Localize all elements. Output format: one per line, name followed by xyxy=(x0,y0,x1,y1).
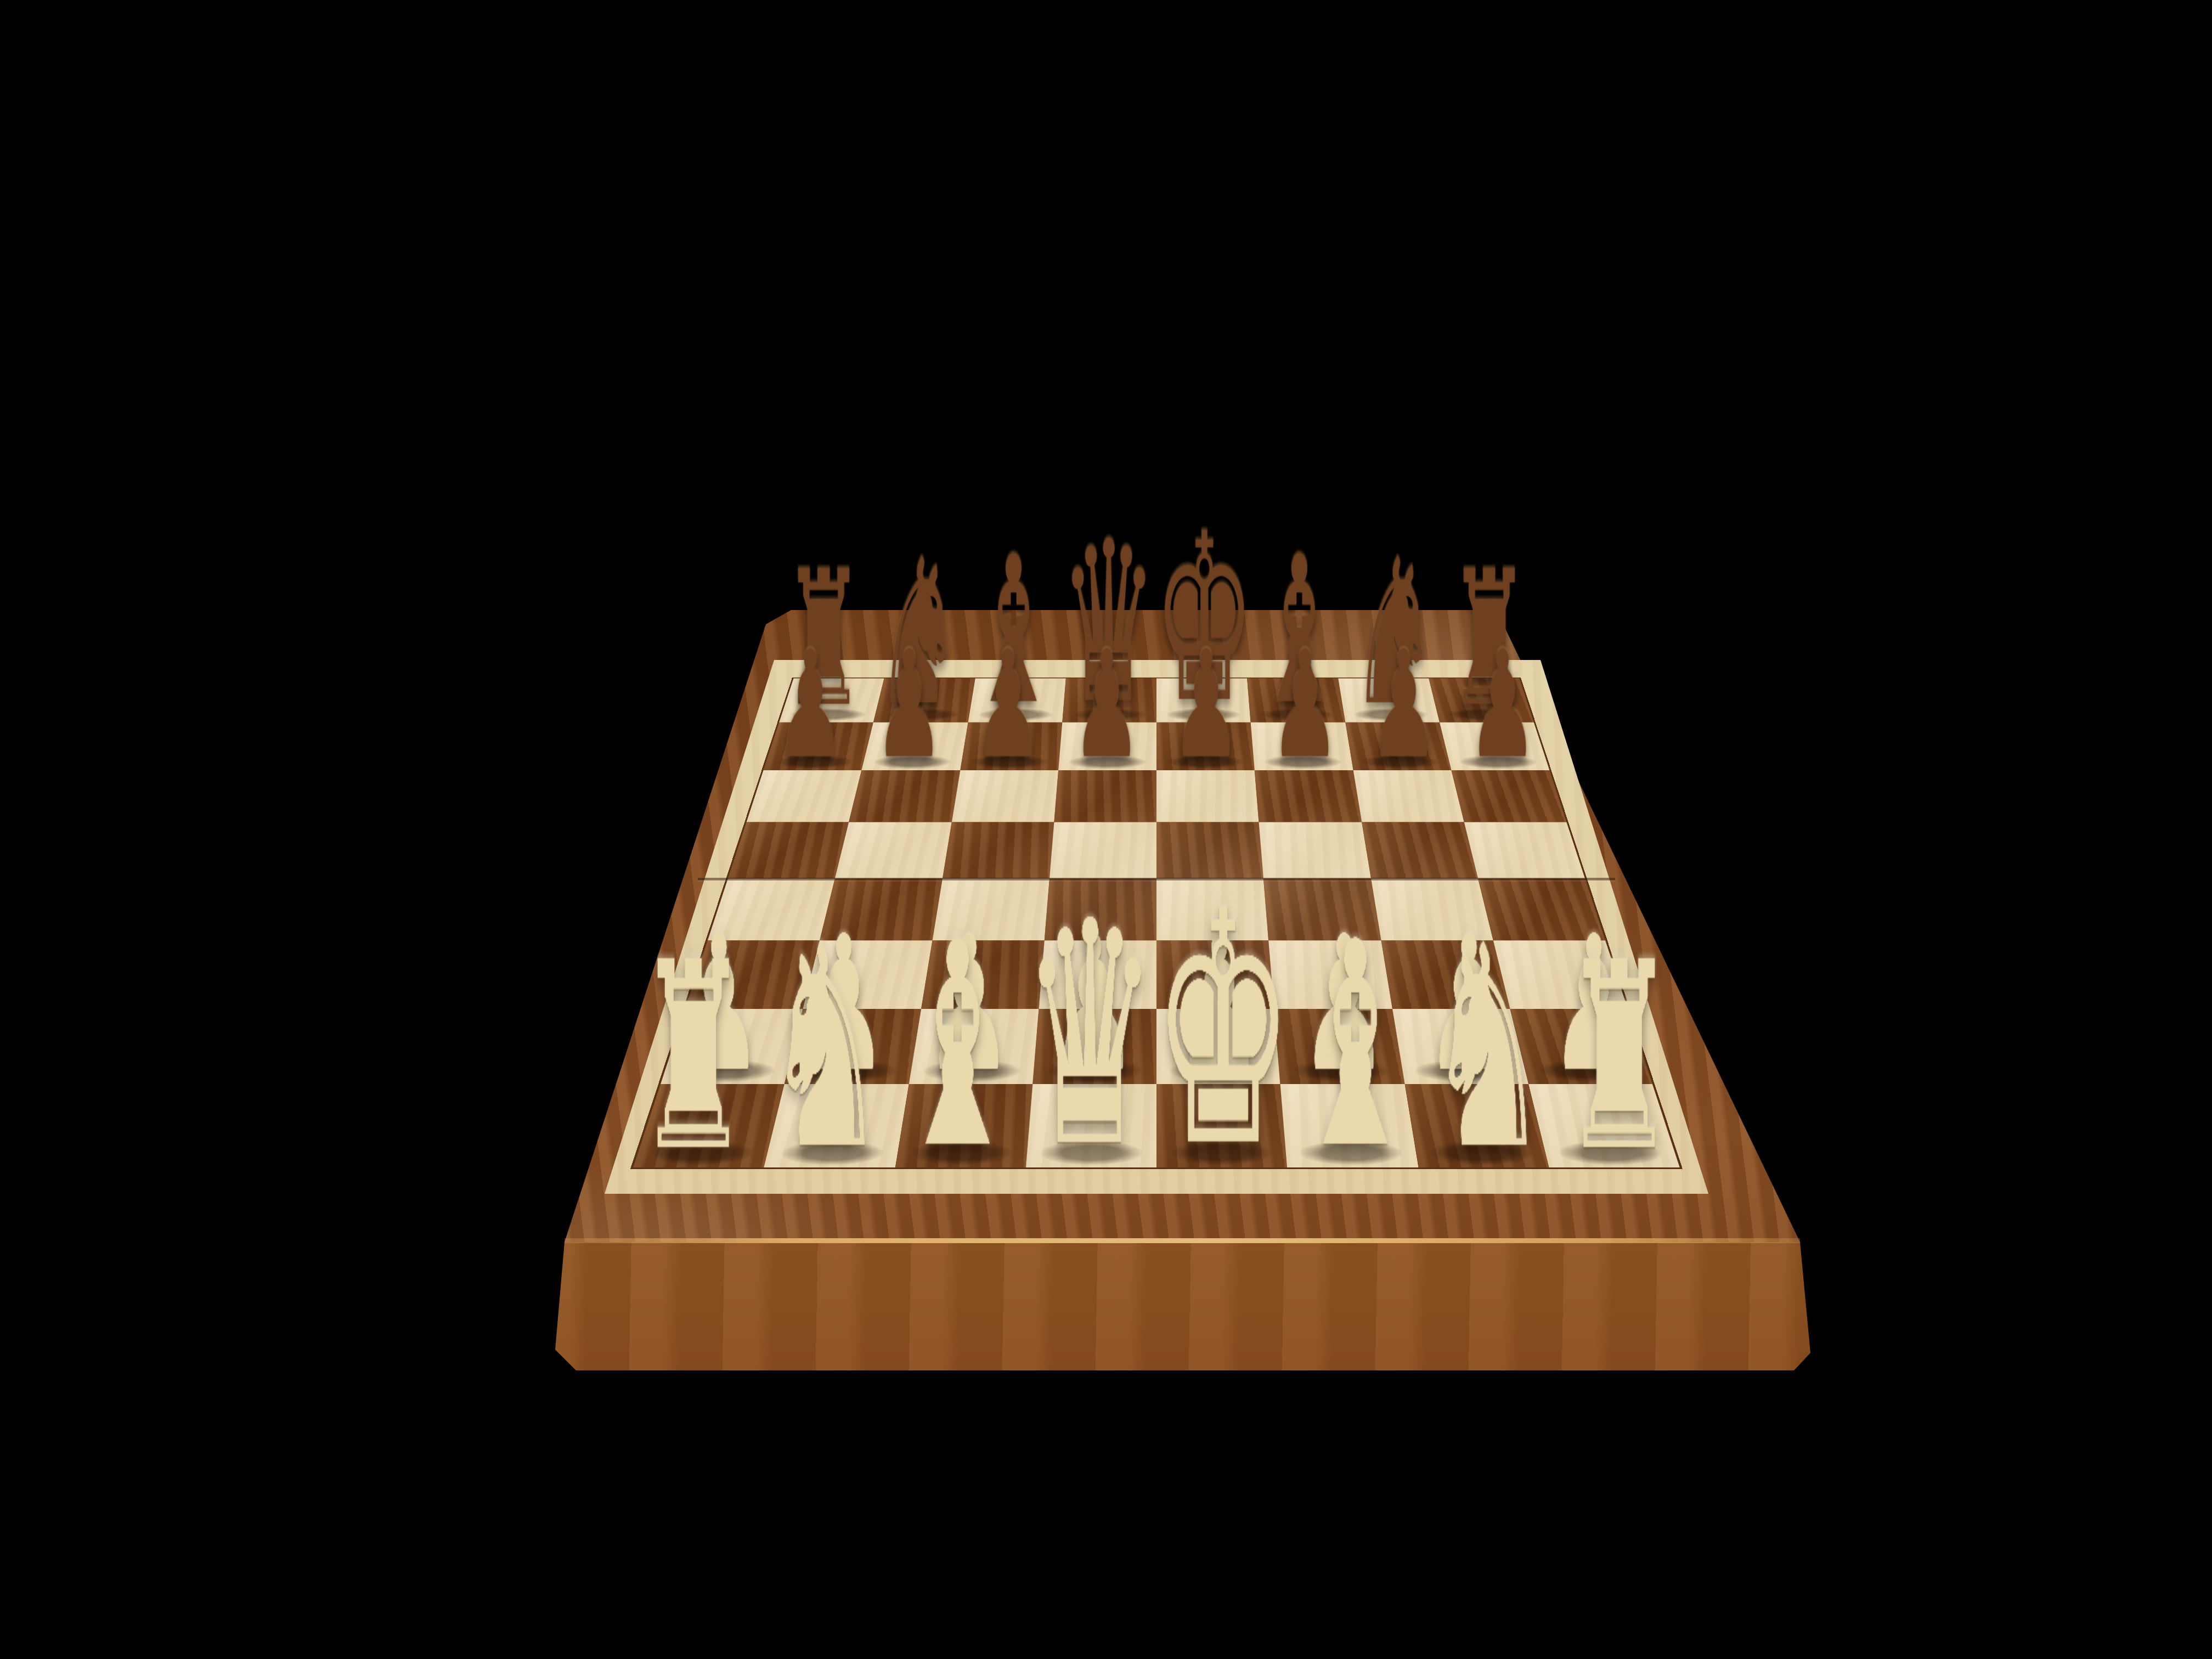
square-a5 xyxy=(728,822,849,878)
piece-black-pawn-h7: ♟ xyxy=(1468,631,1538,779)
square-e7: ♟ xyxy=(1156,723,1255,770)
piece-white-king-e1: ♚ xyxy=(1152,868,1293,1190)
piece-white-rook-h1: ♜ xyxy=(1563,927,1677,1186)
square-e1: ♚ xyxy=(1156,1084,1287,1167)
box-front-edge-highlight xyxy=(565,1238,1800,1243)
piece-white-knight-b1: ♞ xyxy=(764,909,887,1188)
square-f1: ♝ xyxy=(1280,1084,1418,1167)
piece-black-pawn-f7: ♟ xyxy=(1270,631,1340,779)
piece-black-pawn-g7: ♟ xyxy=(1369,631,1438,779)
piece-white-bishop-c1: ♝ xyxy=(896,905,1019,1188)
square-b5 xyxy=(835,822,951,878)
piece-white-knight-g1: ♞ xyxy=(1426,909,1549,1188)
piece-black-pawn-c7: ♟ xyxy=(973,631,1043,779)
piece-black-pawn-b7: ♟ xyxy=(874,631,944,779)
square-g5 xyxy=(1362,822,1478,878)
piece-white-queen-d1: ♛ xyxy=(1023,881,1158,1190)
chessboard: ♜♞♝♛♚♝♞♜♟♟♟♟♟♟♟♟♟♟♟♟♟♟♟♟♜♞♝♛♚♝♞♜ xyxy=(630,678,1683,1169)
piece-black-pawn-a7: ♟ xyxy=(775,631,845,779)
chess-set-photo: ♜♞♝♛♚♝♞♜♟♟♟♟♟♟♟♟♟♟♟♟♟♟♟♟♜♞♝♛♚♝♞♜ xyxy=(0,0,2212,1659)
square-h5 xyxy=(1464,822,1585,878)
piece-white-rook-a1: ♜ xyxy=(636,927,750,1186)
piece-black-pawn-e7: ♟ xyxy=(1171,631,1241,779)
square-g1: ♞ xyxy=(1404,1084,1549,1167)
square-c1: ♝ xyxy=(895,1084,1032,1167)
square-d1: ♛ xyxy=(1026,1084,1156,1167)
piece-black-pawn-d7: ♟ xyxy=(1072,631,1142,779)
piece-white-bishop-f1: ♝ xyxy=(1294,905,1417,1188)
